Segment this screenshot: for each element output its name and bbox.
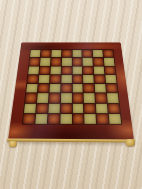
wood-floor-background	[0, 0, 142, 189]
square-c8	[51, 50, 61, 57]
square-a4	[26, 84, 37, 93]
square-c7	[51, 58, 61, 66]
square-f5	[83, 75, 94, 83]
square-a1	[23, 114, 35, 124]
square-e4	[72, 84, 83, 93]
square-d5	[61, 75, 71, 83]
square-a7	[29, 58, 40, 66]
square-e8	[72, 50, 82, 57]
square-h6	[105, 66, 116, 74]
square-g6	[94, 66, 105, 74]
square-c1	[48, 114, 60, 124]
square-b4	[38, 84, 49, 93]
square-e2	[72, 103, 83, 113]
square-d6	[61, 66, 71, 74]
square-a3	[25, 93, 37, 102]
square-f8	[83, 50, 93, 57]
square-d3	[61, 93, 72, 102]
square-d1	[60, 114, 71, 124]
square-e6	[72, 66, 82, 74]
square-b7	[40, 58, 50, 66]
square-h8	[103, 50, 113, 57]
square-f7	[83, 58, 93, 66]
square-e7	[72, 58, 82, 66]
square-f6	[83, 66, 93, 74]
square-e1	[72, 114, 83, 124]
square-f1	[85, 114, 97, 124]
brass-foot-right	[126, 139, 135, 146]
square-c2	[48, 103, 59, 113]
square-h7	[104, 58, 115, 66]
square-g3	[95, 93, 106, 102]
square-h3	[107, 93, 119, 102]
square-g7	[93, 58, 103, 66]
square-h2	[108, 103, 120, 113]
brass-foot-left	[9, 141, 17, 147]
board-grid	[22, 49, 123, 124]
square-g8	[93, 50, 103, 57]
square-f3	[84, 93, 95, 102]
chess-board	[8, 42, 134, 140]
square-h4	[106, 84, 117, 93]
square-h1	[109, 114, 121, 124]
square-c4	[49, 84, 60, 93]
square-a2	[24, 103, 36, 113]
square-c5	[50, 75, 61, 83]
square-d2	[60, 103, 71, 113]
square-e5	[72, 75, 82, 83]
square-b8	[41, 50, 51, 57]
square-g1	[97, 114, 109, 124]
square-a6	[28, 66, 39, 74]
square-c6	[50, 66, 60, 74]
square-b3	[37, 93, 48, 102]
square-f2	[84, 103, 95, 113]
square-b5	[38, 75, 49, 83]
square-g2	[96, 103, 108, 113]
square-g4	[95, 84, 106, 93]
square-b1	[35, 114, 47, 124]
square-c3	[49, 93, 60, 102]
square-d8	[62, 50, 72, 57]
square-d7	[61, 58, 71, 66]
square-h5	[105, 75, 116, 83]
square-a8	[30, 50, 40, 57]
square-e3	[72, 93, 83, 102]
brass-bottom-trim	[7, 138, 135, 142]
board-perspective	[8, 0, 134, 141]
square-b6	[39, 66, 50, 74]
board-perspective-wrapper	[8, 0, 134, 141]
square-f4	[84, 84, 95, 93]
square-g5	[94, 75, 105, 83]
square-b2	[36, 103, 48, 113]
square-d4	[61, 84, 72, 93]
square-a5	[27, 75, 38, 83]
